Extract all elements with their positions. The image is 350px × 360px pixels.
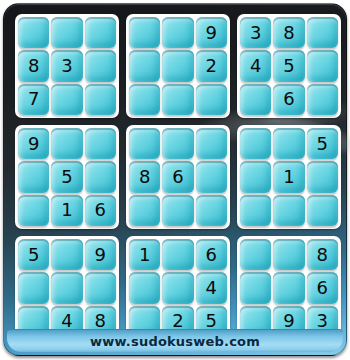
cell-r1c2[interactable]	[51, 17, 82, 48]
cell-r6c2[interactable]: 1	[51, 195, 82, 226]
cell-r1c8[interactable]: 8	[273, 17, 304, 48]
sudoku-board: 8379238456951686515948164258693	[15, 14, 341, 340]
cell-r6c3[interactable]: 6	[85, 195, 116, 226]
cell-r6c9[interactable]	[307, 195, 338, 226]
cell-r2c7[interactable]: 4	[240, 50, 271, 81]
cell-r5c2[interactable]: 5	[51, 161, 82, 192]
cell-r4c6[interactable]	[196, 128, 227, 159]
cell-r5c3[interactable]	[85, 161, 116, 192]
cell-r7c2[interactable]	[51, 239, 82, 270]
box-r2c3: 51	[237, 125, 341, 229]
cell-r8c8[interactable]	[273, 272, 304, 303]
cell-r4c2[interactable]	[51, 128, 82, 159]
cell-r4c4[interactable]	[129, 128, 160, 159]
cell-r8c6[interactable]: 4	[196, 272, 227, 303]
cell-r7c5[interactable]	[162, 239, 193, 270]
cell-r1c7[interactable]: 3	[240, 17, 271, 48]
cell-r6c7[interactable]	[240, 195, 271, 226]
cell-r8c7[interactable]	[240, 272, 271, 303]
cell-r6c6[interactable]	[196, 195, 227, 226]
cell-r4c3[interactable]	[85, 128, 116, 159]
cell-r1c6[interactable]: 9	[196, 17, 227, 48]
cell-r2c5[interactable]	[162, 50, 193, 81]
cell-r1c4[interactable]	[129, 17, 160, 48]
cell-r5c7[interactable]	[240, 161, 271, 192]
cell-r7c6[interactable]: 6	[196, 239, 227, 270]
cell-r3c8[interactable]: 6	[273, 84, 304, 115]
cell-r7c9[interactable]: 8	[307, 239, 338, 270]
cell-r1c5[interactable]	[162, 17, 193, 48]
cell-r4c8[interactable]	[273, 128, 304, 159]
footer-bar: www.sudokusweb.com	[7, 329, 343, 352]
cell-r5c1[interactable]	[18, 161, 49, 192]
cell-r2c4[interactable]	[129, 50, 160, 81]
cell-r1c3[interactable]	[85, 17, 116, 48]
cell-r8c2[interactable]	[51, 272, 82, 303]
cell-r4c9[interactable]: 5	[307, 128, 338, 159]
cell-r6c4[interactable]	[129, 195, 160, 226]
box-r1c3: 38456	[237, 14, 341, 118]
box-r1c1: 837	[15, 14, 119, 118]
cell-r5c4[interactable]: 8	[129, 161, 160, 192]
cell-r2c9[interactable]	[307, 50, 338, 81]
cell-r3c2[interactable]	[51, 84, 82, 115]
cell-r3c5[interactable]	[162, 84, 193, 115]
cell-r7c4[interactable]: 1	[129, 239, 160, 270]
cell-r3c6[interactable]	[196, 84, 227, 115]
cell-r6c8[interactable]	[273, 195, 304, 226]
cell-r3c3[interactable]	[85, 84, 116, 115]
cell-r7c7[interactable]	[240, 239, 271, 270]
cell-r8c1[interactable]	[18, 272, 49, 303]
cell-r2c6[interactable]: 2	[196, 50, 227, 81]
box-r3c2: 16425	[126, 236, 230, 340]
cell-r1c9[interactable]	[307, 17, 338, 48]
cell-r6c5[interactable]	[162, 195, 193, 226]
cell-r8c4[interactable]	[129, 272, 160, 303]
cell-r3c1[interactable]: 7	[18, 84, 49, 115]
box-r3c1: 5948	[15, 236, 119, 340]
cell-r1c1[interactable]	[18, 17, 49, 48]
site-url[interactable]: www.sudokusweb.com	[90, 334, 260, 349]
cell-r8c5[interactable]	[162, 272, 193, 303]
cell-r2c1[interactable]: 8	[18, 50, 49, 81]
cell-r5c9[interactable]	[307, 161, 338, 192]
puzzle-frame: 8379238456951686515948164258693 www.sudo…	[3, 3, 347, 356]
box-r1c2: 92	[126, 14, 230, 118]
cell-r7c3[interactable]: 9	[85, 239, 116, 270]
box-r3c3: 8693	[237, 236, 341, 340]
cell-r4c7[interactable]	[240, 128, 271, 159]
cell-r5c8[interactable]: 1	[273, 161, 304, 192]
cell-r2c8[interactable]: 5	[273, 50, 304, 81]
cell-r2c2[interactable]: 3	[51, 50, 82, 81]
cell-r8c3[interactable]	[85, 272, 116, 303]
cell-r3c4[interactable]	[129, 84, 160, 115]
box-r2c2: 86	[126, 125, 230, 229]
cell-r3c9[interactable]	[307, 84, 338, 115]
cell-r5c6[interactable]	[196, 161, 227, 192]
cell-r4c1[interactable]: 9	[18, 128, 49, 159]
cell-r3c7[interactable]	[240, 84, 271, 115]
cell-r4c5[interactable]	[162, 128, 193, 159]
cell-r2c3[interactable]	[85, 50, 116, 81]
sudoku-page: 8379238456951686515948164258693 www.sudo…	[0, 0, 350, 360]
cell-r7c8[interactable]	[273, 239, 304, 270]
cell-r6c1[interactable]	[18, 195, 49, 226]
cell-r5c5[interactable]: 6	[162, 161, 193, 192]
box-r2c1: 9516	[15, 125, 119, 229]
cell-r7c1[interactable]: 5	[18, 239, 49, 270]
cell-r8c9[interactable]: 6	[307, 272, 338, 303]
